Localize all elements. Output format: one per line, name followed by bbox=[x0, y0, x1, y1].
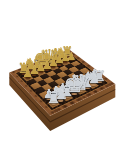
piece-black-pawn[interactable]: ♟ bbox=[23, 68, 33, 80]
product-photo: ♜♞♝♛♚♝♞♜♟♟♟♟♟♟♟♟♟♟♟♟♟♟♟♟♜♞♝♛♚♝♞♜ bbox=[0, 0, 120, 144]
pieces-layer: ♜♞♝♛♚♝♞♜♟♟♟♟♟♟♟♟♟♟♟♟♟♟♟♟♜♞♝♛♚♝♞♜ bbox=[0, 0, 120, 144]
piece-white-rook[interactable]: ♜ bbox=[46, 90, 60, 106]
